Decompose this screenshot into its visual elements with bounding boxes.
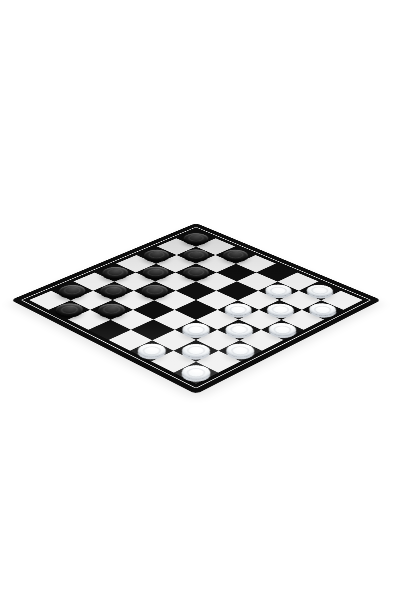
perspective-scene xyxy=(0,0,400,600)
product-photo-canvas xyxy=(0,0,400,600)
checkers-mat xyxy=(11,223,382,394)
checkers-board xyxy=(29,230,363,384)
